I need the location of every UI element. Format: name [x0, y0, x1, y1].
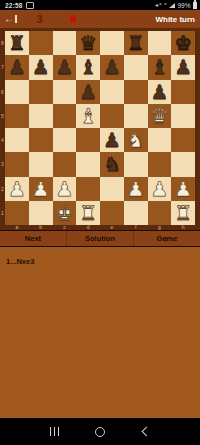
white-pawn: ♟	[150, 178, 168, 200]
square-b3[interactable]	[29, 152, 53, 176]
square-c7[interactable]: ♟	[53, 55, 77, 79]
white-pawn: ♟	[32, 178, 50, 200]
white-queen: ♛	[150, 105, 168, 127]
moves-panel: 1...Nxe3	[0, 247, 200, 418]
rank-label-3: 3	[0, 152, 5, 176]
black-bishop: ♝	[150, 56, 168, 78]
white-pawn: ♟	[8, 178, 26, 200]
status-icons: ◄× * 99%	[154, 2, 197, 9]
board-squares: ♜♛♜♚♟♟♟♝♟♝♟♟♟♝♛♟♞♞♟♟♟♟♟♟♚♜♜	[5, 31, 195, 225]
black-knight: ♞	[103, 153, 121, 175]
square-b6[interactable]	[29, 80, 53, 104]
white-rook: ♜	[79, 202, 97, 224]
battery-percent: 99%	[177, 2, 190, 9]
white-bishop: ♝	[79, 105, 97, 127]
square-g3[interactable]	[148, 152, 172, 176]
square-d1[interactable]: ♜	[76, 201, 100, 225]
recents-button[interactable]	[50, 427, 60, 436]
app-header: ← 3 White turn	[0, 10, 200, 28]
red-indicator-icon	[70, 15, 76, 23]
alarm-icon: *	[164, 3, 166, 7]
white-pawn: ♟	[127, 178, 145, 200]
square-e7[interactable]: ♟	[100, 55, 124, 79]
square-e8[interactable]	[100, 31, 124, 55]
black-bishop: ♝	[79, 56, 97, 78]
square-g4[interactable]	[148, 128, 172, 152]
square-e4[interactable]: ♟	[100, 128, 124, 152]
battery-icon	[193, 2, 197, 9]
square-a3[interactable]	[5, 152, 29, 176]
black-pawn: ♟	[79, 81, 97, 103]
square-a5[interactable]	[5, 104, 29, 128]
square-g8[interactable]	[148, 31, 172, 55]
black-rook: ♜	[8, 32, 26, 54]
square-f1[interactable]	[124, 201, 148, 225]
square-h6[interactable]	[171, 80, 195, 104]
nav-back-button[interactable]	[142, 427, 152, 437]
status-bar: 22:58 ◄× * 99%	[0, 0, 200, 10]
screenshot-icon	[26, 2, 34, 9]
square-c1[interactable]: ♚	[53, 201, 77, 225]
file-labels: abcdefgh	[5, 225, 195, 230]
square-a1[interactable]	[5, 201, 29, 225]
solution-button[interactable]: Solution	[67, 231, 134, 246]
black-pawn: ♟	[174, 56, 192, 78]
square-b2[interactable]: ♟	[29, 177, 53, 201]
rank-label-6: 6	[0, 80, 5, 104]
square-c4[interactable]	[53, 128, 77, 152]
puzzle-toolbar: Next Solution Game	[0, 230, 200, 247]
file-label-h: h	[171, 225, 195, 230]
rank-label-8: 8	[0, 31, 5, 55]
square-b1[interactable]	[29, 201, 53, 225]
black-pawn: ♟	[8, 56, 26, 78]
back-arrow-icon: ←	[4, 14, 14, 24]
square-a4[interactable]	[5, 128, 29, 152]
chess-board: ♜♛♜♚♟♟♟♝♟♝♟♟♟♝♛♟♞♞♟♟♟♟♟♟♚♜♜ 87654321 abc…	[0, 28, 200, 230]
square-c8[interactable]	[53, 31, 77, 55]
file-label-b: b	[29, 225, 53, 230]
black-pawn: ♟	[32, 56, 50, 78]
square-f7[interactable]	[124, 55, 148, 79]
square-a6[interactable]	[5, 80, 29, 104]
square-e3[interactable]: ♞	[100, 152, 124, 176]
square-d3[interactable]	[76, 152, 100, 176]
puzzle-number: 3	[37, 13, 43, 25]
home-button[interactable]	[95, 427, 105, 437]
square-b8[interactable]	[29, 31, 53, 55]
square-f3[interactable]	[124, 152, 148, 176]
black-king: ♚	[174, 32, 192, 54]
rank-labels: 87654321	[0, 31, 5, 225]
square-h2[interactable]: ♟	[171, 177, 195, 201]
square-h4[interactable]	[171, 128, 195, 152]
square-b5[interactable]	[29, 104, 53, 128]
square-a2[interactable]: ♟	[5, 177, 29, 201]
clock-time: 22:58	[5, 2, 23, 9]
square-h8[interactable]: ♚	[171, 31, 195, 55]
turn-label: White turn	[155, 15, 195, 24]
square-e1[interactable]	[100, 201, 124, 225]
rank-label-7: 7	[0, 55, 5, 79]
signal-icon	[169, 3, 175, 8]
square-f6[interactable]	[124, 80, 148, 104]
square-f5[interactable]	[124, 104, 148, 128]
black-rook: ♜	[127, 32, 145, 54]
square-h5[interactable]	[171, 104, 195, 128]
square-g2[interactable]: ♟	[148, 177, 172, 201]
move-text: 1...Nxe3	[0, 247, 200, 266]
square-d2[interactable]	[76, 177, 100, 201]
rank-label-5: 5	[0, 104, 5, 128]
rank-label-1: 1	[0, 201, 5, 225]
square-e6[interactable]	[100, 80, 124, 104]
next-button[interactable]: Next	[0, 231, 67, 246]
white-pawn: ♟	[174, 178, 192, 200]
square-a7[interactable]: ♟	[5, 55, 29, 79]
square-c2[interactable]: ♟	[53, 177, 77, 201]
square-b7[interactable]: ♟	[29, 55, 53, 79]
file-label-g: g	[148, 225, 172, 230]
file-label-a: a	[5, 225, 29, 230]
white-rook: ♜	[174, 202, 192, 224]
black-queen: ♛	[79, 32, 97, 54]
square-g1[interactable]	[148, 201, 172, 225]
file-label-e: e	[100, 225, 124, 230]
rank-label-4: 4	[0, 128, 5, 152]
square-c6[interactable]	[53, 80, 77, 104]
game-button[interactable]: Game	[134, 231, 200, 246]
white-knight: ♞	[127, 129, 145, 151]
white-pawn: ♟	[55, 178, 73, 200]
square-d8[interactable]: ♛	[76, 31, 100, 55]
square-g7[interactable]: ♝	[148, 55, 172, 79]
square-a8[interactable]: ♜	[5, 31, 29, 55]
rank-label-2: 2	[0, 177, 5, 201]
file-label-c: c	[53, 225, 77, 230]
black-pawn: ♟	[103, 56, 121, 78]
mute-icon: ◄×	[154, 2, 162, 8]
square-f2[interactable]: ♟	[124, 177, 148, 201]
square-c5[interactable]	[53, 104, 77, 128]
black-pawn: ♟	[150, 81, 168, 103]
black-pawn: ♟	[55, 56, 73, 78]
back-button[interactable]: ←	[4, 13, 17, 25]
square-g6[interactable]: ♟	[148, 80, 172, 104]
square-b4[interactable]	[29, 128, 53, 152]
android-nav-bar	[0, 418, 200, 445]
square-g5[interactable]: ♛	[148, 104, 172, 128]
square-d4[interactable]	[76, 128, 100, 152]
square-h3[interactable]	[171, 152, 195, 176]
square-h1[interactable]: ♜	[171, 201, 195, 225]
square-d5[interactable]: ♝	[76, 104, 100, 128]
square-f4[interactable]: ♞	[124, 128, 148, 152]
file-label-f: f	[124, 225, 148, 230]
square-h7[interactable]: ♟	[171, 55, 195, 79]
square-d7[interactable]: ♝	[76, 55, 100, 79]
square-c3[interactable]	[53, 152, 77, 176]
black-pawn: ♟	[103, 129, 121, 151]
square-e5[interactable]	[100, 104, 124, 128]
square-d6[interactable]: ♟	[76, 80, 100, 104]
white-king: ♚	[55, 202, 73, 224]
file-label-d: d	[76, 225, 100, 230]
square-e2[interactable]	[100, 177, 124, 201]
square-f8[interactable]: ♜	[124, 31, 148, 55]
